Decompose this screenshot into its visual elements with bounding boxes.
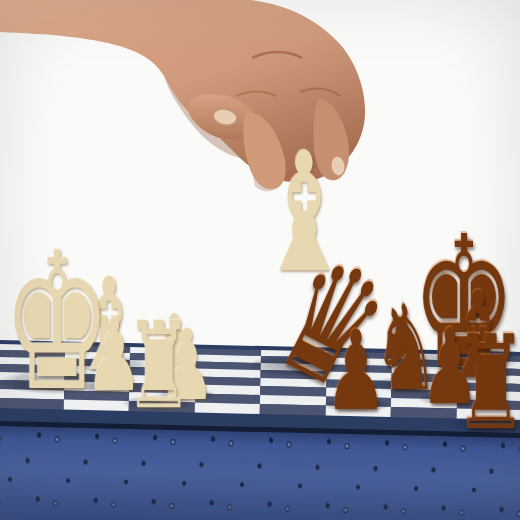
game-box	[0, 421, 520, 520]
black-rook-glyph: ♜	[454, 318, 520, 448]
chess-photo-scene: ♚♝♛♝♟♚♞♟♟♟♜♟♜♝	[0, 0, 520, 520]
white-rook-glyph: ♜	[125, 306, 194, 426]
black-pawn-glyph: ♟	[324, 316, 387, 426]
white-bishop-glyph: ♝	[257, 131, 352, 296]
